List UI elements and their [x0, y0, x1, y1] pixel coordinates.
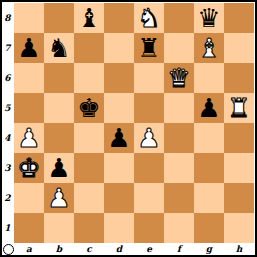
square-g2[interactable]: [194, 183, 224, 213]
square-d2[interactable]: [104, 183, 134, 213]
square-d6[interactable]: [104, 63, 134, 93]
square-a6[interactable]: [14, 63, 44, 93]
square-h7[interactable]: [224, 33, 254, 63]
square-e1[interactable]: [134, 213, 164, 243]
square-d3[interactable]: [104, 153, 134, 183]
file-label-b: b: [44, 243, 74, 255]
square-d8[interactable]: [104, 3, 134, 33]
square-g6[interactable]: [194, 63, 224, 93]
square-b3[interactable]: ♟: [44, 153, 74, 183]
piece-white-pawn-b2[interactable]: ♟: [47, 183, 70, 213]
square-g4[interactable]: [194, 123, 224, 153]
square-e2[interactable]: [134, 183, 164, 213]
square-c7[interactable]: [74, 33, 104, 63]
chess-diagram: ♝♞♛♟♞♜♝♛♚♟♜♟♟♟♚♟♟ 87654321 abcdefgh: [0, 0, 257, 257]
square-f5[interactable]: [164, 93, 194, 123]
square-d1[interactable]: [104, 213, 134, 243]
rank-label-1: 1: [2, 213, 13, 243]
square-a8[interactable]: [14, 3, 44, 33]
square-a3[interactable]: ♚: [14, 153, 44, 183]
square-e4[interactable]: ♟: [134, 123, 164, 153]
square-c6[interactable]: [74, 63, 104, 93]
square-b2[interactable]: ♟: [44, 183, 74, 213]
square-e6[interactable]: [134, 63, 164, 93]
file-label-d: d: [104, 243, 134, 255]
square-c5[interactable]: ♚: [74, 93, 104, 123]
piece-black-knight-b7[interactable]: ♞: [47, 33, 70, 63]
square-g7[interactable]: ♝: [194, 33, 224, 63]
square-f2[interactable]: [164, 183, 194, 213]
rank-label-6: 6: [2, 63, 13, 93]
file-label-e: e: [134, 243, 164, 255]
square-e3[interactable]: [134, 153, 164, 183]
square-g5[interactable]: ♟: [194, 93, 224, 123]
piece-white-bishop-g7[interactable]: ♝: [197, 33, 220, 63]
file-label-f: f: [164, 243, 194, 255]
piece-white-pawn-a4[interactable]: ♟: [17, 123, 40, 153]
piece-black-king-c5[interactable]: ♚: [77, 93, 100, 123]
rank-label-8: 8: [2, 3, 13, 33]
square-b6[interactable]: [44, 63, 74, 93]
piece-white-rook-h5[interactable]: ♜: [227, 93, 250, 123]
square-f4[interactable]: [164, 123, 194, 153]
square-b5[interactable]: [44, 93, 74, 123]
square-g1[interactable]: [194, 213, 224, 243]
piece-black-rook-e7[interactable]: ♜: [137, 33, 160, 63]
square-b7[interactable]: ♞: [44, 33, 74, 63]
rank-label-5: 5: [2, 93, 13, 123]
piece-white-pawn-e4[interactable]: ♟: [137, 123, 160, 153]
square-e7[interactable]: ♜: [134, 33, 164, 63]
rank-label-7: 7: [2, 33, 13, 63]
square-b4[interactable]: [44, 123, 74, 153]
square-h8[interactable]: [224, 3, 254, 33]
square-h2[interactable]: [224, 183, 254, 213]
square-f8[interactable]: [164, 3, 194, 33]
piece-white-queen-f6[interactable]: ♛: [167, 63, 190, 93]
file-label-c: c: [74, 243, 104, 255]
piece-white-knight-e8[interactable]: ♞: [137, 3, 160, 33]
square-a7[interactable]: ♟: [14, 33, 44, 63]
square-c2[interactable]: [74, 183, 104, 213]
white-to-move-circle-icon: [3, 244, 14, 255]
file-label-h: h: [224, 243, 254, 255]
rank-label-2: 2: [2, 183, 13, 213]
square-e8[interactable]: ♞: [134, 3, 164, 33]
square-a1[interactable]: [14, 213, 44, 243]
square-h3[interactable]: [224, 153, 254, 183]
square-c1[interactable]: [74, 213, 104, 243]
square-f1[interactable]: [164, 213, 194, 243]
square-h4[interactable]: [224, 123, 254, 153]
file-label-g: g: [194, 243, 224, 255]
piece-black-pawn-d4[interactable]: ♟: [107, 123, 130, 153]
piece-black-bishop-c8[interactable]: ♝: [77, 3, 100, 33]
square-f7[interactable]: [164, 33, 194, 63]
square-a4[interactable]: ♟: [14, 123, 44, 153]
square-e5[interactable]: [134, 93, 164, 123]
piece-black-pawn-a7[interactable]: ♟: [17, 33, 40, 63]
square-a5[interactable]: [14, 93, 44, 123]
square-g8[interactable]: ♛: [194, 3, 224, 33]
square-a2[interactable]: [14, 183, 44, 213]
chess-board: ♝♞♛♟♞♜♝♛♚♟♜♟♟♟♚♟♟: [14, 3, 254, 243]
square-d7[interactable]: [104, 33, 134, 63]
piece-white-king-a3[interactable]: ♚: [17, 153, 40, 183]
square-d4[interactable]: ♟: [104, 123, 134, 153]
square-h5[interactable]: ♜: [224, 93, 254, 123]
square-h6[interactable]: [224, 63, 254, 93]
square-d5[interactable]: [104, 93, 134, 123]
file-label-a: a: [14, 243, 44, 255]
piece-black-pawn-g5[interactable]: ♟: [197, 93, 220, 123]
square-b1[interactable]: [44, 213, 74, 243]
piece-black-queen-g8[interactable]: ♛: [197, 3, 220, 33]
square-g3[interactable]: [194, 153, 224, 183]
square-c3[interactable]: [74, 153, 104, 183]
square-b8[interactable]: [44, 3, 74, 33]
rank-label-3: 3: [2, 153, 13, 183]
piece-black-pawn-b3[interactable]: ♟: [47, 153, 70, 183]
square-f3[interactable]: [164, 153, 194, 183]
square-c8[interactable]: ♝: [74, 3, 104, 33]
square-f6[interactable]: ♛: [164, 63, 194, 93]
square-h1[interactable]: [224, 213, 254, 243]
rank-label-4: 4: [2, 123, 13, 153]
square-c4[interactable]: [74, 123, 104, 153]
